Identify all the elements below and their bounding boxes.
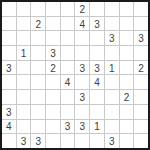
clue-number: 3 bbox=[94, 20, 100, 30]
clue-number: 3 bbox=[94, 64, 100, 74]
cell-r1c9[interactable] bbox=[120, 2, 134, 16]
cell-r2c8[interactable] bbox=[105, 17, 119, 31]
clue-number: 3 bbox=[80, 122, 86, 132]
cell-r5c5[interactable] bbox=[61, 61, 75, 75]
cell-r10c6[interactable] bbox=[75, 134, 89, 148]
clue-number: 4 bbox=[80, 20, 86, 30]
cell-r1c8[interactable] bbox=[105, 2, 119, 16]
cell-r6c8[interactable] bbox=[105, 75, 119, 89]
clue-number: 4 bbox=[6, 122, 12, 132]
clue-number: 3 bbox=[6, 108, 12, 118]
cell-r7c10[interactable] bbox=[134, 90, 148, 104]
cell-r5c2[interactable] bbox=[17, 61, 31, 75]
cell-r9c4[interactable] bbox=[46, 120, 60, 134]
minesweeper-board: 22433313323312443234331333 bbox=[0, 0, 150, 150]
cell-r8c6[interactable] bbox=[75, 105, 89, 119]
clue-number: 4 bbox=[94, 78, 100, 88]
cell-r9c2[interactable] bbox=[17, 120, 31, 134]
cell-r7c2[interactable] bbox=[17, 90, 31, 104]
cell-r1c4[interactable] bbox=[46, 2, 60, 16]
cell-r4c3[interactable] bbox=[31, 46, 45, 60]
cell-r1c7[interactable] bbox=[90, 2, 104, 16]
clue-number: 2 bbox=[138, 64, 144, 74]
cell-r10c5[interactable] bbox=[61, 134, 75, 148]
cell-r8c3[interactable] bbox=[31, 105, 45, 119]
cell-r5c8[interactable]: 1 bbox=[105, 61, 119, 75]
cell-r6c3[interactable] bbox=[31, 75, 45, 89]
clue-number: 3 bbox=[35, 137, 41, 147]
cell-r9c9[interactable] bbox=[120, 120, 134, 134]
clue-number: 3 bbox=[80, 64, 86, 74]
clue-number: 2 bbox=[50, 64, 56, 74]
cell-r5c6[interactable]: 3 bbox=[75, 61, 89, 75]
cell-r5c4[interactable]: 2 bbox=[46, 61, 60, 75]
clue-number: 1 bbox=[94, 122, 100, 132]
clue-number: 3 bbox=[21, 137, 27, 147]
cell-r7c8[interactable] bbox=[105, 90, 119, 104]
cell-r10c8[interactable]: 3 bbox=[105, 134, 119, 148]
cell-r6c6[interactable] bbox=[75, 75, 89, 89]
cell-r10c10[interactable] bbox=[134, 134, 148, 148]
cell-r1c10[interactable] bbox=[134, 2, 148, 16]
clue-number: 3 bbox=[50, 49, 56, 59]
cell-r9c8[interactable] bbox=[105, 120, 119, 134]
cell-r2c3[interactable]: 2 bbox=[31, 17, 45, 31]
cell-r8c9[interactable] bbox=[120, 105, 134, 119]
cell-r3c2[interactable] bbox=[17, 31, 31, 45]
cell-r8c4[interactable] bbox=[46, 105, 60, 119]
cell-r6c10[interactable] bbox=[134, 75, 148, 89]
cell-r3c4[interactable] bbox=[46, 31, 60, 45]
cell-r3c5[interactable] bbox=[61, 31, 75, 45]
clue-number: 2 bbox=[80, 5, 86, 15]
cell-r7c9[interactable]: 2 bbox=[120, 90, 134, 104]
cell-r4c9[interactable] bbox=[120, 46, 134, 60]
cell-r6c4[interactable] bbox=[46, 75, 60, 89]
cell-r7c1[interactable] bbox=[2, 90, 16, 104]
cell-r9c10[interactable] bbox=[134, 120, 148, 134]
cell-r7c3[interactable] bbox=[31, 90, 45, 104]
clue-number: 4 bbox=[65, 78, 71, 88]
cell-r3c8[interactable]: 3 bbox=[105, 31, 119, 45]
cell-r2c7[interactable]: 3 bbox=[90, 17, 104, 31]
cell-r5c3[interactable] bbox=[31, 61, 45, 75]
cell-r8c10[interactable] bbox=[134, 105, 148, 119]
cell-r4c5[interactable] bbox=[61, 46, 75, 60]
cell-r7c7[interactable] bbox=[90, 90, 104, 104]
cell-r4c2[interactable]: 1 bbox=[17, 46, 31, 60]
cell-r8c5[interactable] bbox=[61, 105, 75, 119]
cell-r7c4[interactable] bbox=[46, 90, 60, 104]
cell-r1c5[interactable] bbox=[61, 2, 75, 16]
cell-r9c3[interactable] bbox=[31, 120, 45, 134]
cell-r5c1[interactable]: 3 bbox=[2, 61, 16, 75]
cell-r10c1[interactable] bbox=[2, 134, 16, 148]
cell-r3c3[interactable] bbox=[31, 31, 45, 45]
cell-r10c7[interactable] bbox=[90, 134, 104, 148]
cell-r5c9[interactable] bbox=[120, 61, 134, 75]
clue-number: 3 bbox=[138, 34, 144, 44]
cell-r10c2[interactable]: 3 bbox=[17, 134, 31, 148]
cell-r5c7[interactable]: 3 bbox=[90, 61, 104, 75]
clue-number: 2 bbox=[35, 20, 41, 30]
cell-r2c2[interactable] bbox=[17, 17, 31, 31]
cell-r6c9[interactable] bbox=[120, 75, 134, 89]
cell-r2c6[interactable]: 4 bbox=[75, 17, 89, 31]
cell-r4c10[interactable] bbox=[134, 46, 148, 60]
cell-r3c9[interactable] bbox=[120, 31, 134, 45]
cell-r8c2[interactable] bbox=[17, 105, 31, 119]
cell-r10c3[interactable]: 3 bbox=[31, 134, 45, 148]
cell-r3c7[interactable] bbox=[90, 31, 104, 45]
cell-r2c5[interactable] bbox=[61, 17, 75, 31]
cell-r1c2[interactable] bbox=[17, 2, 31, 16]
cell-r4c7[interactable] bbox=[90, 46, 104, 60]
cell-r3c1[interactable] bbox=[2, 31, 16, 45]
clue-number: 3 bbox=[109, 137, 115, 147]
cell-r2c1[interactable] bbox=[2, 17, 16, 31]
cell-r8c1[interactable]: 3 bbox=[2, 105, 16, 119]
cell-r5c10[interactable]: 2 bbox=[134, 61, 148, 75]
cell-r6c7[interactable]: 4 bbox=[90, 75, 104, 89]
clue-number: 1 bbox=[109, 64, 115, 74]
cell-r1c1[interactable] bbox=[2, 2, 16, 16]
cell-r4c1[interactable] bbox=[2, 46, 16, 60]
cell-r6c2[interactable] bbox=[17, 75, 31, 89]
cell-r2c4[interactable] bbox=[46, 17, 60, 31]
clue-number: 3 bbox=[80, 93, 86, 103]
clue-number: 3 bbox=[65, 122, 71, 132]
cell-r8c7[interactable] bbox=[90, 105, 104, 119]
clue-number: 1 bbox=[21, 49, 27, 59]
cell-r4c8[interactable] bbox=[105, 46, 119, 60]
cell-r9c5[interactable]: 3 bbox=[61, 120, 75, 134]
cell-r2c9[interactable] bbox=[120, 17, 134, 31]
cell-r9c6[interactable]: 3 bbox=[75, 120, 89, 134]
clue-number: 2 bbox=[124, 93, 130, 103]
cell-r3c10[interactable]: 3 bbox=[134, 31, 148, 45]
cell-r9c7[interactable]: 1 bbox=[90, 120, 104, 134]
cell-r1c6[interactable]: 2 bbox=[75, 2, 89, 16]
cell-r2c10[interactable] bbox=[134, 17, 148, 31]
cell-r6c5[interactable]: 4 bbox=[61, 75, 75, 89]
clue-number: 3 bbox=[6, 64, 12, 74]
cell-r8c8[interactable] bbox=[105, 105, 119, 119]
cell-r7c5[interactable] bbox=[61, 90, 75, 104]
cell-r4c6[interactable] bbox=[75, 46, 89, 60]
cell-r10c4[interactable] bbox=[46, 134, 60, 148]
cell-r7c6[interactable]: 3 bbox=[75, 90, 89, 104]
cell-r4c4[interactable]: 3 bbox=[46, 46, 60, 60]
cell-r1c3[interactable] bbox=[31, 2, 45, 16]
clue-number: 3 bbox=[109, 34, 115, 44]
cell-r6c1[interactable] bbox=[2, 75, 16, 89]
cell-r3c6[interactable] bbox=[75, 31, 89, 45]
cell-r10c9[interactable] bbox=[120, 134, 134, 148]
cell-r9c1[interactable]: 4 bbox=[2, 120, 16, 134]
